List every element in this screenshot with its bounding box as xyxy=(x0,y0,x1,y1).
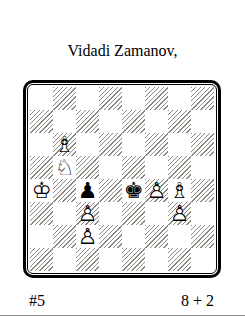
square-d1 xyxy=(99,248,122,271)
square-e1 xyxy=(122,248,145,271)
square-a1 xyxy=(30,248,53,271)
square-b8 xyxy=(53,87,76,110)
square-d6 xyxy=(99,133,122,156)
square-e2 xyxy=(122,225,145,248)
square-g4: ♝♗ xyxy=(168,179,191,202)
square-c8 xyxy=(76,87,99,110)
piece-halo: ♚ xyxy=(30,179,53,202)
piece-white-pawn: ♙ xyxy=(145,179,168,202)
square-h4 xyxy=(191,179,214,202)
square-h5 xyxy=(191,156,214,179)
square-h8 xyxy=(191,87,214,110)
square-a7 xyxy=(30,110,53,133)
piece-halo: ♟ xyxy=(76,225,99,248)
square-g5 xyxy=(168,156,191,179)
square-d4 xyxy=(99,179,122,202)
square-a6 xyxy=(30,133,53,156)
square-c1 xyxy=(76,248,99,271)
square-g1 xyxy=(168,248,191,271)
board-frame: ♝♗♞♘♚♔♟♚♟♙♝♗♟♙♟♙♟♙ xyxy=(23,80,221,278)
square-b3 xyxy=(53,202,76,225)
square-c2: ♟♙ xyxy=(76,225,99,248)
piece-white-king: ♔ xyxy=(30,179,53,202)
piece-white-bishop: ♗ xyxy=(53,133,76,156)
square-b2 xyxy=(53,225,76,248)
caption-row: #5 8 + 2 xyxy=(29,291,214,311)
piece-halo: ♟ xyxy=(145,179,168,202)
piece-halo: ♞ xyxy=(53,156,76,179)
square-h1 xyxy=(191,248,214,271)
square-h7 xyxy=(191,110,214,133)
square-b6: ♝♗ xyxy=(53,133,76,156)
square-g3: ♟♙ xyxy=(168,202,191,225)
square-g7 xyxy=(168,110,191,133)
square-e5 xyxy=(122,156,145,179)
square-d5 xyxy=(99,156,122,179)
square-e4: ♚ xyxy=(122,179,145,202)
material-count: 8 + 2 xyxy=(181,291,214,311)
square-a8 xyxy=(30,87,53,110)
square-g2 xyxy=(168,225,191,248)
piece-white-pawn: ♙ xyxy=(168,202,191,225)
square-f5 xyxy=(145,156,168,179)
square-a2 xyxy=(30,225,53,248)
board-inner-frame: ♝♗♞♘♚♔♟♚♟♙♝♗♟♙♟♙♟♙ xyxy=(27,84,217,274)
piece-black-pawn: ♟ xyxy=(76,179,99,202)
square-e3 xyxy=(122,202,145,225)
square-a5 xyxy=(30,156,53,179)
square-c3: ♟♙ xyxy=(76,202,99,225)
square-d3 xyxy=(99,202,122,225)
square-c6 xyxy=(76,133,99,156)
square-c4: ♟ xyxy=(76,179,99,202)
square-b4 xyxy=(53,179,76,202)
square-e6 xyxy=(122,133,145,156)
square-f3 xyxy=(145,202,168,225)
square-d8 xyxy=(99,87,122,110)
square-f7 xyxy=(145,110,168,133)
square-d7 xyxy=(99,110,122,133)
piece-white-bishop: ♗ xyxy=(168,179,191,202)
piece-halo: ♝ xyxy=(53,133,76,156)
piece-halo: ♝ xyxy=(168,179,191,202)
piece-halo: ♟ xyxy=(168,202,191,225)
square-h2 xyxy=(191,225,214,248)
square-g8 xyxy=(168,87,191,110)
square-a4: ♚♔ xyxy=(30,179,53,202)
square-d2 xyxy=(99,225,122,248)
square-f6 xyxy=(145,133,168,156)
square-e8 xyxy=(122,87,145,110)
piece-halo: ♟ xyxy=(76,202,99,225)
square-f2 xyxy=(145,225,168,248)
board: ♝♗♞♘♚♔♟♚♟♙♝♗♟♙♟♙♟♙ xyxy=(30,87,214,271)
stipulation-label: #5 xyxy=(29,291,45,311)
bottom-divider xyxy=(0,315,245,316)
square-c5 xyxy=(76,156,99,179)
square-g6 xyxy=(168,133,191,156)
piece-black-king: ♚ xyxy=(122,179,145,202)
author-line: Vidadi Zamanov, xyxy=(0,41,245,60)
piece-white-pawn: ♙ xyxy=(76,202,99,225)
square-c7 xyxy=(76,110,99,133)
square-b7 xyxy=(53,110,76,133)
square-h6 xyxy=(191,133,214,156)
square-h3 xyxy=(191,202,214,225)
square-f8 xyxy=(145,87,168,110)
square-e7 xyxy=(122,110,145,133)
square-b5: ♞♘ xyxy=(53,156,76,179)
square-a3 xyxy=(30,202,53,225)
piece-white-pawn: ♙ xyxy=(76,225,99,248)
square-f4: ♟♙ xyxy=(145,179,168,202)
square-b1 xyxy=(53,248,76,271)
square-f1 xyxy=(145,248,168,271)
piece-white-knight: ♘ xyxy=(53,156,76,179)
